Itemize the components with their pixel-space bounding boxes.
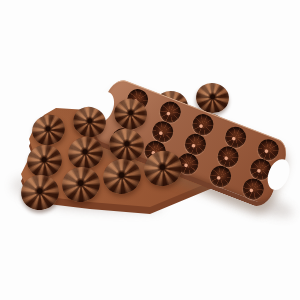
product-photo-scene: Product photo on a white background: two… xyxy=(0,0,300,300)
